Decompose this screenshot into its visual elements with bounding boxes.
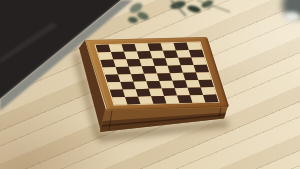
chess-board-grid — [94, 42, 219, 106]
board-square — [203, 95, 218, 103]
board-frame — [85, 37, 229, 110]
chess-board — [85, 37, 229, 110]
photo-scene — [0, 0, 300, 169]
